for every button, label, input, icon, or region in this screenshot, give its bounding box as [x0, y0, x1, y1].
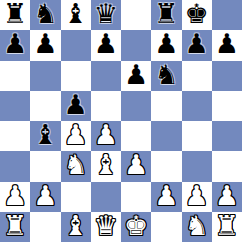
square-a2[interactable]: ♟ — [0, 182, 30, 212]
square-h6[interactable] — [212, 61, 242, 91]
square-h5[interactable] — [212, 91, 242, 121]
square-g3[interactable] — [182, 151, 212, 181]
piece-white-knight[interactable]: ♞ — [185, 212, 209, 241]
square-h3[interactable] — [212, 151, 242, 181]
square-f6[interactable]: ♞ — [151, 61, 181, 91]
piece-black-king[interactable]: ♚ — [185, 0, 209, 29]
square-e8[interactable] — [121, 0, 151, 30]
square-f7[interactable]: ♟ — [151, 30, 181, 60]
piece-white-pawn[interactable]: ♟ — [33, 182, 57, 211]
square-d7[interactable]: ♟ — [91, 30, 121, 60]
piece-white-pawn[interactable]: ♟ — [185, 182, 209, 211]
square-h4[interactable] — [212, 121, 242, 151]
square-e3[interactable]: ♟ — [121, 151, 151, 181]
piece-white-rook[interactable]: ♜ — [3, 212, 27, 241]
square-g1[interactable]: ♞ — [182, 212, 212, 242]
square-e5[interactable] — [121, 91, 151, 121]
piece-black-bishop[interactable]: ♝ — [64, 0, 88, 29]
square-d5[interactable] — [91, 91, 121, 121]
square-d4[interactable]: ♟ — [91, 121, 121, 151]
square-a6[interactable] — [0, 61, 30, 91]
square-a4[interactable] — [0, 121, 30, 151]
square-f2[interactable]: ♟ — [151, 182, 181, 212]
square-e2[interactable] — [121, 182, 151, 212]
piece-white-bishop[interactable]: ♝ — [94, 151, 118, 180]
square-e6[interactable]: ♟ — [121, 61, 151, 91]
chess-board-container: ♜♞♝♛♜♚♟♟♟♟♟♟♟♞♟♝♟♟♞♝♟♟♟♟♟♟♜♝♛♚♞♜ — [0, 0, 242, 242]
square-b8[interactable]: ♞ — [30, 0, 60, 30]
square-e1[interactable]: ♚ — [121, 212, 151, 242]
piece-black-pawn[interactable]: ♟ — [154, 30, 178, 59]
square-c4[interactable]: ♟ — [61, 121, 91, 151]
piece-white-pawn[interactable]: ♟ — [3, 182, 27, 211]
piece-black-pawn[interactable]: ♟ — [94, 30, 118, 59]
piece-white-pawn[interactable]: ♟ — [124, 151, 148, 180]
square-b6[interactable] — [30, 61, 60, 91]
square-d8[interactable]: ♛ — [91, 0, 121, 30]
piece-black-pawn[interactable]: ♟ — [215, 30, 239, 59]
square-g2[interactable]: ♟ — [182, 182, 212, 212]
piece-white-king[interactable]: ♚ — [124, 212, 148, 241]
piece-black-bishop[interactable]: ♝ — [33, 121, 57, 150]
square-b5[interactable] — [30, 91, 60, 121]
square-f3[interactable] — [151, 151, 181, 181]
square-e7[interactable] — [121, 30, 151, 60]
piece-white-knight[interactable]: ♞ — [64, 151, 88, 180]
piece-white-pawn[interactable]: ♟ — [154, 182, 178, 211]
square-c1[interactable]: ♝ — [61, 212, 91, 242]
square-f8[interactable]: ♜ — [151, 0, 181, 30]
square-c2[interactable] — [61, 182, 91, 212]
square-d3[interactable]: ♝ — [91, 151, 121, 181]
square-g6[interactable] — [182, 61, 212, 91]
square-g5[interactable] — [182, 91, 212, 121]
square-c3[interactable]: ♞ — [61, 151, 91, 181]
square-f1[interactable] — [151, 212, 181, 242]
piece-black-pawn[interactable]: ♟ — [64, 91, 88, 120]
square-g4[interactable] — [182, 121, 212, 151]
square-d6[interactable] — [91, 61, 121, 91]
square-f4[interactable] — [151, 121, 181, 151]
square-d2[interactable] — [91, 182, 121, 212]
square-e4[interactable] — [121, 121, 151, 151]
square-h1[interactable]: ♜ — [212, 212, 242, 242]
square-a7[interactable]: ♟ — [0, 30, 30, 60]
piece-white-queen[interactable]: ♛ — [94, 212, 118, 241]
square-c8[interactable]: ♝ — [61, 0, 91, 30]
piece-black-rook[interactable]: ♜ — [3, 0, 27, 29]
square-a1[interactable]: ♜ — [0, 212, 30, 242]
piece-black-rook[interactable]: ♜ — [154, 0, 178, 29]
piece-black-pawn[interactable]: ♟ — [3, 30, 27, 59]
square-f5[interactable] — [151, 91, 181, 121]
piece-white-bishop[interactable]: ♝ — [64, 212, 88, 241]
square-b1[interactable] — [30, 212, 60, 242]
piece-black-knight[interactable]: ♞ — [154, 61, 178, 90]
piece-black-pawn[interactable]: ♟ — [33, 30, 57, 59]
square-c6[interactable] — [61, 61, 91, 91]
square-a3[interactable] — [0, 151, 30, 181]
square-c7[interactable] — [61, 30, 91, 60]
square-d1[interactable]: ♛ — [91, 212, 121, 242]
square-a5[interactable] — [0, 91, 30, 121]
square-g8[interactable]: ♚ — [182, 0, 212, 30]
square-c5[interactable]: ♟ — [61, 91, 91, 121]
piece-white-pawn[interactable]: ♟ — [94, 121, 118, 150]
square-a8[interactable]: ♜ — [0, 0, 30, 30]
square-b3[interactable] — [30, 151, 60, 181]
piece-white-rook[interactable]: ♜ — [215, 212, 239, 241]
square-b2[interactable]: ♟ — [30, 182, 60, 212]
square-b4[interactable]: ♝ — [30, 121, 60, 151]
square-h8[interactable] — [212, 0, 242, 30]
square-h7[interactable]: ♟ — [212, 30, 242, 60]
piece-white-pawn[interactable]: ♟ — [64, 121, 88, 150]
square-h2[interactable]: ♟ — [212, 182, 242, 212]
square-g7[interactable]: ♟ — [182, 30, 212, 60]
square-b7[interactable]: ♟ — [30, 30, 60, 60]
piece-black-pawn[interactable]: ♟ — [185, 30, 209, 59]
piece-white-pawn[interactable]: ♟ — [215, 182, 239, 211]
piece-black-knight[interactable]: ♞ — [33, 0, 57, 29]
piece-black-pawn[interactable]: ♟ — [124, 61, 148, 90]
piece-black-queen[interactable]: ♛ — [94, 0, 118, 29]
chess-board: ♜♞♝♛♜♚♟♟♟♟♟♟♟♞♟♝♟♟♞♝♟♟♟♟♟♟♜♝♛♚♞♜ — [0, 0, 242, 242]
